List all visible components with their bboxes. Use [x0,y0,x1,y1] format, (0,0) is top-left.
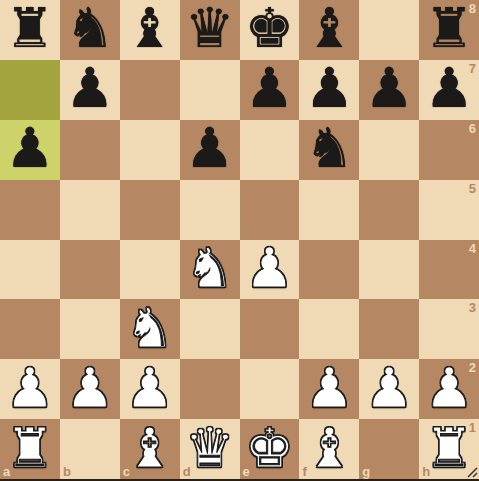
black-pawn-piece[interactable]: ♟ [245,61,294,116]
square-c7[interactable] [120,60,180,120]
square-f6[interactable]: ♞ [299,120,359,180]
square-h3[interactable]: 3 [419,299,479,359]
square-e7[interactable]: ♟ [240,60,300,120]
square-b6[interactable] [60,120,120,180]
white-rook-piece[interactable]: ♜ [5,421,54,476]
square-e5[interactable] [240,180,300,240]
square-d7[interactable] [180,60,240,120]
white-pawn-piece[interactable]: ♟ [424,361,473,416]
square-d5[interactable] [180,180,240,240]
square-b3[interactable] [60,299,120,359]
white-pawn-piece[interactable]: ♟ [125,361,174,416]
rank-label-5: 5 [469,182,476,195]
square-c4[interactable] [120,240,180,300]
black-pawn-piece[interactable]: ♟ [305,61,354,116]
white-pawn-piece[interactable]: ♟ [5,361,54,416]
square-c8[interactable]: ♝ [120,0,180,60]
rank-label-4: 4 [469,242,476,255]
white-bishop-piece[interactable]: ♝ [305,421,354,476]
white-pawn-piece[interactable]: ♟ [245,241,294,296]
square-e1[interactable]: ♚e [240,419,300,479]
square-d6[interactable]: ♟ [180,120,240,180]
square-e4[interactable]: ♟ [240,240,300,300]
square-g2[interactable]: ♟ [359,359,419,419]
black-pawn-piece[interactable]: ♟ [365,61,414,116]
file-label-b: b [63,465,71,478]
square-a6[interactable]: ♟ [0,120,60,180]
white-pawn-piece[interactable]: ♟ [65,361,114,416]
square-b1[interactable]: b [60,419,120,479]
square-b7[interactable]: ♟ [60,60,120,120]
black-pawn-piece[interactable]: ♟ [5,121,54,176]
black-bishop-piece[interactable]: ♝ [305,1,354,56]
square-b8[interactable]: ♞ [60,0,120,60]
square-h2[interactable]: ♟2 [419,359,479,419]
square-f4[interactable] [299,240,359,300]
black-pawn-piece[interactable]: ♟ [185,121,234,176]
square-e2[interactable] [240,359,300,419]
black-queen-piece[interactable]: ♛ [185,1,234,56]
white-pawn-piece[interactable]: ♟ [365,361,414,416]
square-g5[interactable] [359,180,419,240]
square-g8[interactable] [359,0,419,60]
square-c5[interactable] [120,180,180,240]
square-f5[interactable] [299,180,359,240]
square-b4[interactable] [60,240,120,300]
square-e6[interactable] [240,120,300,180]
square-c2[interactable]: ♟ [120,359,180,419]
square-d8[interactable]: ♛ [180,0,240,60]
white-knight-piece[interactable]: ♞ [125,301,174,356]
square-h8[interactable]: ♜8 [419,0,479,60]
square-f2[interactable]: ♟ [299,359,359,419]
chess-board: ♜♞♝♛♚♝♜8♟♟♟♟♟7♟♟♞65♞♟4♞3♟♟♟♟♟♟2♜ab♝c♛d♚e… [0,0,479,479]
square-h5[interactable]: 5 [419,180,479,240]
white-queen-piece[interactable]: ♛ [185,421,234,476]
square-d3[interactable] [180,299,240,359]
square-a8[interactable]: ♜ [0,0,60,60]
chess-app-page: ♜♞♝♛♚♝♜8♟♟♟♟♟7♟♟♞65♞♟4♞3♟♟♟♟♟♟2♜ab♝c♛d♚e… [0,0,479,481]
square-a5[interactable] [0,180,60,240]
square-a7[interactable] [0,60,60,120]
black-knight-piece[interactable]: ♞ [65,1,114,56]
white-bishop-piece[interactable]: ♝ [125,421,174,476]
white-knight-piece[interactable]: ♞ [185,241,234,296]
square-h6[interactable]: 6 [419,120,479,180]
black-rook-piece[interactable]: ♜ [5,1,54,56]
square-d4[interactable]: ♞ [180,240,240,300]
rank-label-6: 6 [469,122,476,135]
rank-label-3: 3 [469,301,476,314]
white-pawn-piece[interactable]: ♟ [305,361,354,416]
square-h7[interactable]: ♟7 [419,60,479,120]
square-c6[interactable] [120,120,180,180]
square-a1[interactable]: ♜a [0,419,60,479]
square-f1[interactable]: ♝f [299,419,359,479]
square-e3[interactable] [240,299,300,359]
square-d1[interactable]: ♛d [180,419,240,479]
square-g6[interactable] [359,120,419,180]
square-g3[interactable] [359,299,419,359]
board-resize-handle-icon[interactable] [464,464,478,478]
black-knight-piece[interactable]: ♞ [305,121,354,176]
square-a4[interactable] [0,240,60,300]
square-g4[interactable] [359,240,419,300]
square-g1[interactable]: g [359,419,419,479]
black-bishop-piece[interactable]: ♝ [125,1,174,56]
file-label-g: g [362,465,370,478]
square-a3[interactable] [0,299,60,359]
square-a2[interactable]: ♟ [0,359,60,419]
square-g7[interactable]: ♟ [359,60,419,120]
black-rook-piece[interactable]: ♜ [424,1,473,56]
square-b2[interactable]: ♟ [60,359,120,419]
black-king-piece[interactable]: ♚ [245,1,294,56]
square-e8[interactable]: ♚ [240,0,300,60]
square-b5[interactable] [60,180,120,240]
white-king-piece[interactable]: ♚ [245,421,294,476]
black-pawn-piece[interactable]: ♟ [65,61,114,116]
square-h4[interactable]: 4 [419,240,479,300]
square-c3[interactable]: ♞ [120,299,180,359]
black-pawn-piece[interactable]: ♟ [424,61,473,116]
square-f7[interactable]: ♟ [299,60,359,120]
square-f8[interactable]: ♝ [299,0,359,60]
square-f3[interactable] [299,299,359,359]
square-c1[interactable]: ♝c [120,419,180,479]
square-d2[interactable] [180,359,240,419]
